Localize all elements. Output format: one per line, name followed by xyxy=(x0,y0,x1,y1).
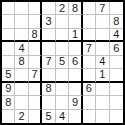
cell-r9c1[interactable] xyxy=(2,110,15,123)
cell-r2c1[interactable] xyxy=(2,15,15,28)
cell-r4c6[interactable] xyxy=(69,42,82,55)
sudoku-board: 287388144768756457198689254 xyxy=(0,0,125,125)
cell-r7c7[interactable]: 6 xyxy=(83,83,96,96)
cell-r5c7[interactable] xyxy=(83,56,96,69)
cell-r7c9[interactable] xyxy=(110,83,123,96)
cell-r5c4[interactable]: 7 xyxy=(42,56,55,69)
cell-r2c5[interactable] xyxy=(56,15,69,28)
cell-r9c2[interactable]: 2 xyxy=(15,110,28,123)
cell-r4c1[interactable] xyxy=(2,42,15,55)
cell-r6c8[interactable]: 1 xyxy=(96,69,109,82)
cell-r6c9[interactable] xyxy=(110,69,123,82)
cell-r7c6[interactable] xyxy=(69,83,82,96)
cell-r1c3[interactable] xyxy=(29,2,42,15)
cell-r2c9[interactable]: 8 xyxy=(110,15,123,28)
cell-r8c6[interactable]: 9 xyxy=(69,96,82,109)
cell-r6c1[interactable]: 5 xyxy=(2,69,15,82)
cell-r7c3[interactable] xyxy=(29,83,42,96)
cell-r3c9[interactable]: 4 xyxy=(110,29,123,42)
cell-r3c6[interactable]: 1 xyxy=(69,29,82,42)
cell-r3c2[interactable] xyxy=(15,29,28,42)
cell-r9c7[interactable] xyxy=(83,110,96,123)
cell-r1c1[interactable] xyxy=(2,2,15,15)
cell-r9c4[interactable]: 5 xyxy=(42,110,55,123)
cell-r7c4[interactable]: 8 xyxy=(42,83,55,96)
cell-r9c5[interactable]: 4 xyxy=(56,110,69,123)
cell-r4c9[interactable]: 6 xyxy=(110,42,123,55)
cell-r5c1[interactable] xyxy=(2,56,15,69)
cell-r2c6[interactable] xyxy=(69,15,82,28)
cell-r1c4[interactable] xyxy=(42,2,55,15)
cell-r5c9[interactable] xyxy=(110,56,123,69)
cell-r3c1[interactable] xyxy=(2,29,15,42)
cell-r8c2[interactable] xyxy=(15,96,28,109)
cell-r7c1[interactable]: 9 xyxy=(2,83,15,96)
cell-r2c4[interactable]: 3 xyxy=(42,15,55,28)
cell-r2c3[interactable] xyxy=(29,15,42,28)
cell-r1c5[interactable]: 2 xyxy=(56,2,69,15)
cell-r5c5[interactable]: 5 xyxy=(56,56,69,69)
cell-r3c8[interactable] xyxy=(96,29,109,42)
cell-r1c2[interactable] xyxy=(15,2,28,15)
cell-r7c2[interactable] xyxy=(15,83,28,96)
cell-r4c7[interactable]: 7 xyxy=(83,42,96,55)
cell-r1c7[interactable] xyxy=(83,2,96,15)
cell-r4c4[interactable] xyxy=(42,42,55,55)
cell-r4c5[interactable] xyxy=(56,42,69,55)
cell-r2c7[interactable] xyxy=(83,15,96,28)
cell-r3c5[interactable] xyxy=(56,29,69,42)
cell-r3c7[interactable] xyxy=(83,29,96,42)
cell-r2c2[interactable] xyxy=(15,15,28,28)
cell-r3c3[interactable]: 8 xyxy=(29,29,42,42)
cell-r7c8[interactable] xyxy=(96,83,109,96)
cell-r1c9[interactable] xyxy=(110,2,123,15)
cell-r6c5[interactable] xyxy=(56,69,69,82)
cell-r8c9[interactable] xyxy=(110,96,123,109)
cell-r3c4[interactable] xyxy=(42,29,55,42)
cell-r8c8[interactable] xyxy=(96,96,109,109)
cell-r5c3[interactable] xyxy=(29,56,42,69)
cell-r7c5[interactable] xyxy=(56,83,69,96)
cell-r6c4[interactable] xyxy=(42,69,55,82)
cell-r6c7[interactable] xyxy=(83,69,96,82)
cell-r5c2[interactable]: 8 xyxy=(15,56,28,69)
cell-r8c4[interactable] xyxy=(42,96,55,109)
cell-r8c1[interactable]: 8 xyxy=(2,96,15,109)
cell-r9c8[interactable] xyxy=(96,110,109,123)
cell-r6c2[interactable] xyxy=(15,69,28,82)
cell-r8c7[interactable] xyxy=(83,96,96,109)
cell-r5c8[interactable]: 4 xyxy=(96,56,109,69)
cell-r1c6[interactable]: 8 xyxy=(69,2,82,15)
cell-r9c6[interactable] xyxy=(69,110,82,123)
cell-r8c3[interactable] xyxy=(29,96,42,109)
cell-r1c8[interactable]: 7 xyxy=(96,2,109,15)
cell-r4c8[interactable] xyxy=(96,42,109,55)
cell-r6c6[interactable] xyxy=(69,69,82,82)
cell-r6c3[interactable]: 7 xyxy=(29,69,42,82)
cell-r9c9[interactable] xyxy=(110,110,123,123)
cell-r8c5[interactable] xyxy=(56,96,69,109)
cell-r4c2[interactable]: 4 xyxy=(15,42,28,55)
cell-r2c8[interactable] xyxy=(96,15,109,28)
cell-r5c6[interactable]: 6 xyxy=(69,56,82,69)
cell-r4c3[interactable] xyxy=(29,42,42,55)
cell-r9c3[interactable] xyxy=(29,110,42,123)
